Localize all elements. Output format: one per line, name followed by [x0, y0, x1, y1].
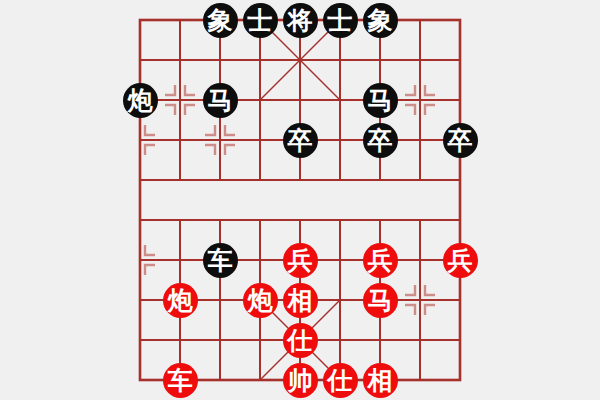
piece-black-advisor[interactable]: 士 [323, 3, 358, 38]
piece-red-cannon[interactable]: 炮 [243, 283, 278, 318]
piece-black-chariot[interactable]: 车 [203, 243, 238, 278]
pieces-layer: 象士将士象炮马马卒卒卒车兵兵兵炮炮相马仕车帅仕相 [120, 0, 480, 400]
piece-red-soldier[interactable]: 兵 [363, 243, 398, 278]
piece-black-elephant[interactable]: 象 [363, 3, 398, 38]
piece-black-advisor[interactable]: 士 [243, 3, 278, 38]
piece-black-soldier[interactable]: 卒 [363, 123, 398, 158]
piece-red-soldier[interactable]: 兵 [443, 243, 478, 278]
piece-black-horse[interactable]: 马 [203, 83, 238, 118]
xiangqi-board: 象士将士象炮马马卒卒卒车兵兵兵炮炮相马仕车帅仕相 [0, 0, 600, 400]
piece-red-horse[interactable]: 马 [363, 283, 398, 318]
piece-red-elephant[interactable]: 相 [283, 283, 318, 318]
piece-black-general[interactable]: 将 [283, 3, 318, 38]
piece-black-elephant[interactable]: 象 [203, 3, 238, 38]
piece-red-elephant[interactable]: 相 [363, 363, 398, 398]
piece-red-cannon[interactable]: 炮 [163, 283, 198, 318]
piece-black-soldier[interactable]: 卒 [443, 123, 478, 158]
piece-black-cannon[interactable]: 炮 [123, 83, 158, 118]
piece-red-soldier[interactable]: 兵 [283, 243, 318, 278]
piece-red-general[interactable]: 帅 [283, 363, 318, 398]
piece-black-soldier[interactable]: 卒 [283, 123, 318, 158]
piece-red-chariot[interactable]: 车 [163, 363, 198, 398]
piece-black-horse[interactable]: 马 [363, 83, 398, 118]
piece-red-advisor[interactable]: 仕 [283, 323, 318, 358]
piece-red-advisor[interactable]: 仕 [323, 363, 358, 398]
